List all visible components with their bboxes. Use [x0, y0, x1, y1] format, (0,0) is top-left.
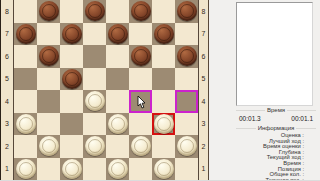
white-man-h2[interactable]: [177, 136, 197, 156]
square-e2[interactable]: [106, 135, 129, 158]
rank-label-7-left: 7: [1, 23, 13, 46]
black-man-c7[interactable]: [62, 24, 82, 44]
square-b6[interactable]: [37, 45, 60, 68]
time-group-title: Время: [265, 107, 287, 114]
square-e4[interactable]: [106, 90, 129, 113]
rank-label-8-right: 8: [199, 0, 208, 23]
square-d7[interactable]: [83, 23, 106, 46]
square-e3[interactable]: [106, 113, 129, 136]
square-b1[interactable]: [37, 158, 60, 181]
white-man-a1[interactable]: [16, 159, 36, 179]
square-h8[interactable]: [175, 0, 198, 23]
square-g5[interactable]: [152, 68, 175, 91]
square-a2[interactable]: [14, 135, 37, 158]
square-c4[interactable]: [60, 90, 83, 113]
square-g8[interactable]: [152, 0, 175, 23]
white-man-b2[interactable]: [39, 136, 59, 156]
checkers-app-window: 87654321 87654321 Время 00:01.3 00:01.1 …: [0, 0, 320, 180]
square-b4[interactable]: [37, 90, 60, 113]
white-man-e1[interactable]: [108, 159, 128, 179]
square-e8[interactable]: [106, 0, 129, 23]
black-man-c5[interactable]: [62, 69, 82, 89]
square-f1[interactable]: [129, 158, 152, 181]
square-c5[interactable]: [60, 68, 83, 91]
rank-label-6-right: 6: [199, 45, 208, 68]
white-man-d2[interactable]: [85, 136, 105, 156]
square-h7[interactable]: [175, 23, 198, 46]
board-grid: [14, 0, 198, 180]
square-d5[interactable]: [83, 68, 106, 91]
square-a3[interactable]: [14, 113, 37, 136]
square-a7[interactable]: [14, 23, 37, 46]
rank-label-3-right: 3: [199, 113, 208, 136]
square-f7[interactable]: [129, 23, 152, 46]
square-g1[interactable]: [152, 158, 175, 181]
square-g7[interactable]: [152, 23, 175, 46]
square-h6[interactable]: [175, 45, 198, 68]
square-h1[interactable]: [175, 158, 198, 181]
square-b5[interactable]: [37, 68, 60, 91]
info-group: Информация Оценка :Лучший ход :Время оце…: [236, 128, 316, 180]
square-g2[interactable]: [152, 135, 175, 158]
rank-label-2-right: 2: [199, 135, 208, 158]
square-b2[interactable]: [37, 135, 60, 158]
square-d4[interactable]: [83, 90, 106, 113]
square-g4[interactable]: [152, 90, 175, 113]
square-b7[interactable]: [37, 23, 60, 46]
square-d3[interactable]: [83, 113, 106, 136]
black-man-h6[interactable]: [177, 46, 197, 66]
rank-label-4-left: 4: [1, 90, 13, 113]
time-group: Время 00:01.3 00:01.1: [236, 110, 316, 124]
rank-label-5-left: 5: [1, 68, 13, 91]
square-a6[interactable]: [14, 45, 37, 68]
rank-label-2-left: 2: [1, 135, 13, 158]
square-f4[interactable]: [129, 90, 152, 113]
info-rows: Оценка :Лучший ход :Время оценки :Глубин…: [236, 132, 316, 180]
square-c7[interactable]: [60, 23, 83, 46]
rank-label-1-left: 1: [1, 158, 13, 181]
square-b3[interactable]: [37, 113, 60, 136]
square-e7[interactable]: [106, 23, 129, 46]
square-h2[interactable]: [175, 135, 198, 158]
rank-label-5-right: 5: [199, 68, 208, 91]
white-man-e3[interactable]: [108, 114, 128, 134]
square-c2[interactable]: [60, 135, 83, 158]
black-man-e7[interactable]: [108, 24, 128, 44]
square-f3[interactable]: [129, 113, 152, 136]
square-c8[interactable]: [60, 0, 83, 23]
checkers-board: 87654321 87654321: [1, 0, 209, 180]
square-b8[interactable]: [37, 0, 60, 23]
square-f2[interactable]: [129, 135, 152, 158]
square-a8[interactable]: [14, 0, 37, 23]
square-h3[interactable]: [175, 113, 198, 136]
black-man-f6[interactable]: [131, 46, 151, 66]
square-c3[interactable]: [60, 113, 83, 136]
info-row-8: Текущая поз. :: [236, 178, 316, 180]
square-g3[interactable]: [152, 113, 175, 136]
square-f8[interactable]: [129, 0, 152, 23]
square-a1[interactable]: [14, 158, 37, 181]
black-man-g7[interactable]: [154, 24, 174, 44]
white-man-g1[interactable]: [154, 159, 174, 179]
rank-label-4-right: 4: [199, 90, 208, 113]
rank-label-6-left: 6: [1, 45, 13, 68]
square-a5[interactable]: [14, 68, 37, 91]
white-man-c1[interactable]: [62, 159, 82, 179]
square-d2[interactable]: [83, 135, 106, 158]
black-clock: 00:01.1: [291, 115, 313, 122]
square-a4[interactable]: [14, 90, 37, 113]
square-d1[interactable]: [83, 158, 106, 181]
rank-label-8-left: 8: [1, 0, 13, 23]
rank-label-7-right: 7: [199, 23, 208, 46]
square-f5[interactable]: [129, 68, 152, 91]
info-group-title: Информация: [256, 125, 297, 132]
square-c6[interactable]: [60, 45, 83, 68]
square-d6[interactable]: [83, 45, 106, 68]
side-panel: Время 00:01.3 00:01.1 Информация Оценка …: [209, 0, 320, 180]
rank-label-3-left: 3: [1, 113, 13, 136]
black-man-d8[interactable]: [85, 1, 105, 21]
black-man-b8[interactable]: [39, 1, 59, 21]
white-man-f2[interactable]: [131, 136, 151, 156]
mouse-cursor-icon: [137, 95, 146, 113]
square-f6[interactable]: [129, 45, 152, 68]
square-d8[interactable]: [83, 0, 106, 23]
square-g6[interactable]: [152, 45, 175, 68]
square-h4[interactable]: [175, 90, 198, 113]
white-clock: 00:01.3: [239, 115, 261, 122]
white-man-d4[interactable]: [85, 91, 105, 111]
rank-label-1-right: 1: [199, 158, 208, 181]
square-e1[interactable]: [106, 158, 129, 181]
rank-labels-right: 87654321: [198, 0, 209, 180]
info-label-8: Текущая поз. :: [266, 178, 304, 180]
square-e6[interactable]: [106, 45, 129, 68]
square-c1[interactable]: [60, 158, 83, 181]
white-man-a3[interactable]: [16, 114, 36, 134]
rank-labels-left: 87654321: [1, 0, 14, 180]
move-list[interactable]: [236, 2, 313, 106]
square-e5[interactable]: [106, 68, 129, 91]
black-man-h8[interactable]: [177, 1, 197, 21]
white-man-g3[interactable]: [154, 114, 174, 134]
black-man-f8[interactable]: [131, 1, 151, 21]
black-man-a7[interactable]: [16, 24, 36, 44]
square-h5[interactable]: [175, 68, 198, 91]
black-man-b6[interactable]: [39, 46, 59, 66]
